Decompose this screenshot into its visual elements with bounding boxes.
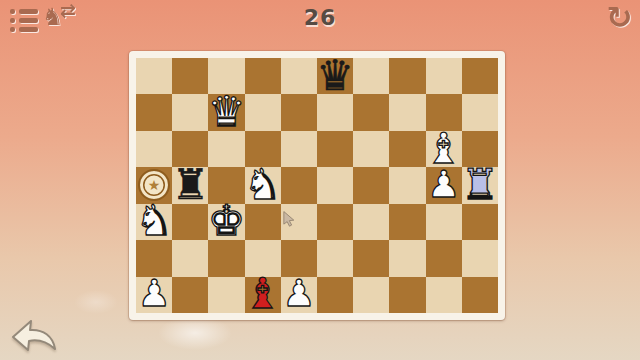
board-square[interactable]: ♛ (208, 94, 244, 130)
board-square[interactable] (462, 240, 498, 276)
board-square[interactable] (426, 240, 462, 276)
list-icon (10, 9, 38, 14)
menu-button[interactable] (10, 9, 38, 32)
board-square[interactable] (389, 277, 425, 313)
board-square[interactable] (317, 94, 353, 130)
board-square[interactable]: ♜ (462, 167, 498, 203)
board-square[interactable] (462, 277, 498, 313)
board-square[interactable] (353, 240, 389, 276)
white-pawn[interactable]: ♟ (281, 277, 317, 313)
board-square[interactable]: ♚ (208, 204, 244, 240)
board-square[interactable] (426, 277, 462, 313)
red-bishop[interactable]: ♝ (245, 277, 281, 313)
board-square[interactable] (353, 131, 389, 167)
board-square[interactable] (245, 58, 281, 94)
board-square[interactable] (172, 240, 208, 276)
board-square[interactable] (317, 131, 353, 167)
board-square[interactable] (353, 94, 389, 130)
board-square[interactable] (245, 204, 281, 240)
board-square[interactable] (317, 204, 353, 240)
restart-button[interactable]: ↻ (606, 0, 632, 36)
list-icon (10, 27, 38, 32)
black-rook[interactable]: ♜ (172, 167, 208, 203)
board-square[interactable]: ♞ (136, 204, 172, 240)
board-square[interactable] (389, 167, 425, 203)
board-square[interactable]: ♟ (281, 277, 317, 313)
board-square[interactable]: ♛ (317, 58, 353, 94)
board-square[interactable] (317, 167, 353, 203)
board-square[interactable] (208, 240, 244, 276)
board-square[interactable] (136, 58, 172, 94)
board-square[interactable] (172, 94, 208, 130)
board-square[interactable] (281, 131, 317, 167)
board-square[interactable] (281, 167, 317, 203)
board-square[interactable]: ♟ (426, 167, 462, 203)
white-bishop[interactable]: ♝ (426, 131, 462, 167)
undo-arrow-icon (10, 318, 58, 354)
board-square[interactable] (245, 94, 281, 130)
game-screen: ♞ ⇄ 26 ↻ ♛♛♝★♜♞♟♜♞♚♟♝♟ (0, 0, 640, 360)
white-pawn[interactable]: ♟ (426, 167, 462, 203)
board-square[interactable] (389, 131, 425, 167)
board-square[interactable] (208, 277, 244, 313)
white-pawn[interactable]: ♟ (136, 277, 172, 313)
restart-icon: ↻ (606, 0, 632, 35)
board-square[interactable] (317, 240, 353, 276)
board-square[interactable] (136, 131, 172, 167)
board-square[interactable] (389, 58, 425, 94)
blue-rook[interactable]: ♜ (462, 167, 498, 203)
list-icon (10, 18, 38, 23)
board-square[interactable] (389, 94, 425, 130)
undo-button[interactable] (10, 318, 58, 358)
sparkle-glow (74, 290, 118, 314)
board-square[interactable] (281, 94, 317, 130)
board-square[interactable] (353, 277, 389, 313)
board-square[interactable] (462, 204, 498, 240)
board-square[interactable] (136, 94, 172, 130)
board-square[interactable] (462, 58, 498, 94)
board-square[interactable]: ♝ (245, 277, 281, 313)
black-queen[interactable]: ♛ (317, 58, 353, 94)
board-square[interactable] (281, 58, 317, 94)
white-king[interactable]: ♚ (208, 204, 244, 240)
board-square[interactable] (208, 131, 244, 167)
board-square[interactable] (389, 240, 425, 276)
board-square[interactable] (172, 204, 208, 240)
board-square[interactable]: ♝ (426, 131, 462, 167)
piece-set-swap-button[interactable]: ♞ ⇄ (42, 2, 80, 36)
board-frame: ♛♛♝★♜♞♟♜♞♚♟♝♟ (129, 51, 505, 320)
swap-arrows-icon: ⇄ (60, 1, 76, 20)
sparkle-glow (158, 316, 232, 350)
board-square[interactable] (172, 277, 208, 313)
board-square[interactable] (281, 240, 317, 276)
board-square[interactable] (426, 58, 462, 94)
board-square[interactable] (136, 240, 172, 276)
board-square[interactable]: ♟ (136, 277, 172, 313)
white-queen[interactable]: ♛ (208, 94, 244, 130)
white-knight[interactable]: ♞ (245, 167, 281, 203)
board-square[interactable] (353, 204, 389, 240)
board-square[interactable] (353, 58, 389, 94)
board-square[interactable] (462, 94, 498, 130)
board-square[interactable] (389, 204, 425, 240)
white-knight[interactable]: ♞ (136, 204, 172, 240)
board-square[interactable] (172, 58, 208, 94)
board-square[interactable] (281, 204, 317, 240)
board-square[interactable]: ♜ (172, 167, 208, 203)
level-number: 26 (304, 5, 337, 30)
board-square[interactable] (353, 167, 389, 203)
board-square[interactable] (426, 204, 462, 240)
chess-board: ♛♛♝★♜♞♟♜♞♚♟♝♟ (136, 58, 498, 313)
board-square[interactable]: ♞ (245, 167, 281, 203)
board-square[interactable] (317, 277, 353, 313)
